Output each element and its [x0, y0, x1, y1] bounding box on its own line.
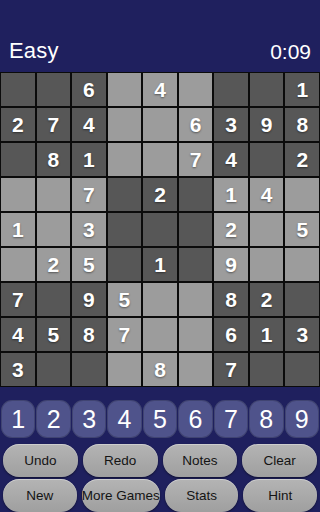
cell-r8c8[interactable]: 1	[250, 318, 284, 351]
cell-r1c9[interactable]: 1	[285, 73, 319, 106]
cell-r5c4[interactable]	[108, 213, 142, 246]
cell-r8c1[interactable]: 4	[1, 318, 35, 351]
new-button[interactable]: New	[3, 479, 77, 512]
cell-r9c9[interactable]	[285, 353, 319, 386]
number-pad: 123456789	[0, 400, 320, 438]
cell-r7c6[interactable]	[179, 283, 213, 316]
cell-r3c2[interactable]: 8	[37, 143, 71, 176]
cell-r3c3[interactable]: 1	[72, 143, 106, 176]
numpad-button-5[interactable]: 5	[143, 400, 177, 438]
cell-r6c8[interactable]	[250, 248, 284, 281]
cell-r5c1[interactable]: 1	[1, 213, 35, 246]
cell-r6c9[interactable]	[285, 248, 319, 281]
cell-r2c2[interactable]: 7	[37, 108, 71, 141]
cell-r2c1[interactable]: 2	[1, 108, 35, 141]
cell-r7c8[interactable]: 2	[250, 283, 284, 316]
cell-r5c3[interactable]: 3	[72, 213, 106, 246]
cell-r8c2[interactable]: 5	[37, 318, 71, 351]
cell-r1c8[interactable]	[250, 73, 284, 106]
cell-r7c7[interactable]: 8	[214, 283, 248, 316]
cell-r9c6[interactable]	[179, 353, 213, 386]
numpad-button-9[interactable]: 9	[285, 400, 319, 438]
cell-r1c4[interactable]	[108, 73, 142, 106]
cell-r2c8[interactable]: 9	[250, 108, 284, 141]
cell-r4c1[interactable]	[1, 178, 35, 211]
cell-r6c3[interactable]: 5	[72, 248, 106, 281]
redo-button[interactable]: Redo	[83, 444, 158, 477]
cell-r6c4[interactable]	[108, 248, 142, 281]
numpad-button-3[interactable]: 3	[72, 400, 106, 438]
cell-r3c1[interactable]	[1, 143, 35, 176]
action-row-bottom: NewMore GamesStatsHint	[0, 479, 320, 512]
cell-r3c8[interactable]	[250, 143, 284, 176]
difficulty-label: Easy	[9, 38, 59, 64]
cell-r2c9[interactable]: 8	[285, 108, 319, 141]
cell-r7c1[interactable]: 7	[1, 283, 35, 316]
cell-r2c6[interactable]: 6	[179, 108, 213, 141]
cell-r4c7[interactable]: 1	[214, 178, 248, 211]
numpad-button-8[interactable]: 8	[249, 400, 283, 438]
sudoku-board: 6412746398817427214132525197958245876133…	[0, 72, 320, 387]
cell-r8c6[interactable]	[179, 318, 213, 351]
clear-button[interactable]: Clear	[242, 444, 317, 477]
cell-r8c9[interactable]: 3	[285, 318, 319, 351]
undo-button[interactable]: Undo	[3, 444, 78, 477]
numpad-button-6[interactable]: 6	[178, 400, 212, 438]
cell-r8c7[interactable]: 6	[214, 318, 248, 351]
cell-r1c7[interactable]	[214, 73, 248, 106]
more-games-button[interactable]: More Games	[82, 479, 160, 512]
cell-r1c2[interactable]	[37, 73, 71, 106]
cell-r4c6[interactable]	[179, 178, 213, 211]
cell-r3c6[interactable]: 7	[179, 143, 213, 176]
cell-r6c1[interactable]	[1, 248, 35, 281]
cell-r9c3[interactable]	[72, 353, 106, 386]
cell-r1c5[interactable]: 4	[143, 73, 177, 106]
cell-r2c4[interactable]	[108, 108, 142, 141]
numpad-button-7[interactable]: 7	[214, 400, 248, 438]
action-row-top: UndoRedoNotesClear	[0, 444, 320, 477]
cell-r7c5[interactable]	[143, 283, 177, 316]
cell-r1c6[interactable]	[179, 73, 213, 106]
cell-r7c4[interactable]: 5	[108, 283, 142, 316]
hint-button[interactable]: Hint	[243, 479, 317, 512]
cell-r5c7[interactable]: 2	[214, 213, 248, 246]
numpad-button-2[interactable]: 2	[36, 400, 70, 438]
cell-r3c7[interactable]: 4	[214, 143, 248, 176]
stats-button[interactable]: Stats	[165, 479, 239, 512]
cell-r4c9[interactable]	[285, 178, 319, 211]
cell-r9c2[interactable]	[37, 353, 71, 386]
cell-r4c2[interactable]	[37, 178, 71, 211]
cell-r6c6[interactable]	[179, 248, 213, 281]
cell-r5c2[interactable]	[37, 213, 71, 246]
cell-r9c7[interactable]: 7	[214, 353, 248, 386]
cell-r9c4[interactable]	[108, 353, 142, 386]
cell-r9c1[interactable]: 3	[1, 353, 35, 386]
cell-r2c7[interactable]: 3	[214, 108, 248, 141]
numpad-button-4[interactable]: 4	[107, 400, 141, 438]
cell-r5c9[interactable]: 5	[285, 213, 319, 246]
cell-r9c8[interactable]	[250, 353, 284, 386]
header-bar: Easy 0:09	[0, 0, 320, 72]
cell-r8c4[interactable]: 7	[108, 318, 142, 351]
notes-button[interactable]: Notes	[163, 444, 238, 477]
cell-r5c5[interactable]	[143, 213, 177, 246]
cell-r8c5[interactable]	[143, 318, 177, 351]
cell-r7c3[interactable]: 9	[72, 283, 106, 316]
cell-r1c1[interactable]	[1, 73, 35, 106]
cell-r9c5[interactable]: 8	[143, 353, 177, 386]
cell-r5c8[interactable]	[250, 213, 284, 246]
timer-display: 0:09	[270, 40, 311, 64]
cell-r5c6[interactable]	[179, 213, 213, 246]
cell-r4c5[interactable]: 2	[143, 178, 177, 211]
cell-r4c4[interactable]	[108, 178, 142, 211]
cell-r4c8[interactable]: 4	[250, 178, 284, 211]
cell-r6c2[interactable]: 2	[37, 248, 71, 281]
cell-r1c3[interactable]: 6	[72, 73, 106, 106]
cell-r2c5[interactable]	[143, 108, 177, 141]
cell-r2c3[interactable]: 4	[72, 108, 106, 141]
cell-r3c9[interactable]: 2	[285, 143, 319, 176]
cell-r7c9[interactable]	[285, 283, 319, 316]
cell-r6c7[interactable]: 9	[214, 248, 248, 281]
cell-r7c2[interactable]	[37, 283, 71, 316]
sudoku-app: Easy 0:09 641274639881742721413252519795…	[0, 0, 320, 512]
cell-r3c4[interactable]	[108, 143, 142, 176]
numpad-button-1[interactable]: 1	[1, 400, 35, 438]
cell-r8c3[interactable]: 8	[72, 318, 106, 351]
cell-r3c5[interactable]	[143, 143, 177, 176]
cell-r6c5[interactable]: 1	[143, 248, 177, 281]
cell-r4c3[interactable]: 7	[72, 178, 106, 211]
